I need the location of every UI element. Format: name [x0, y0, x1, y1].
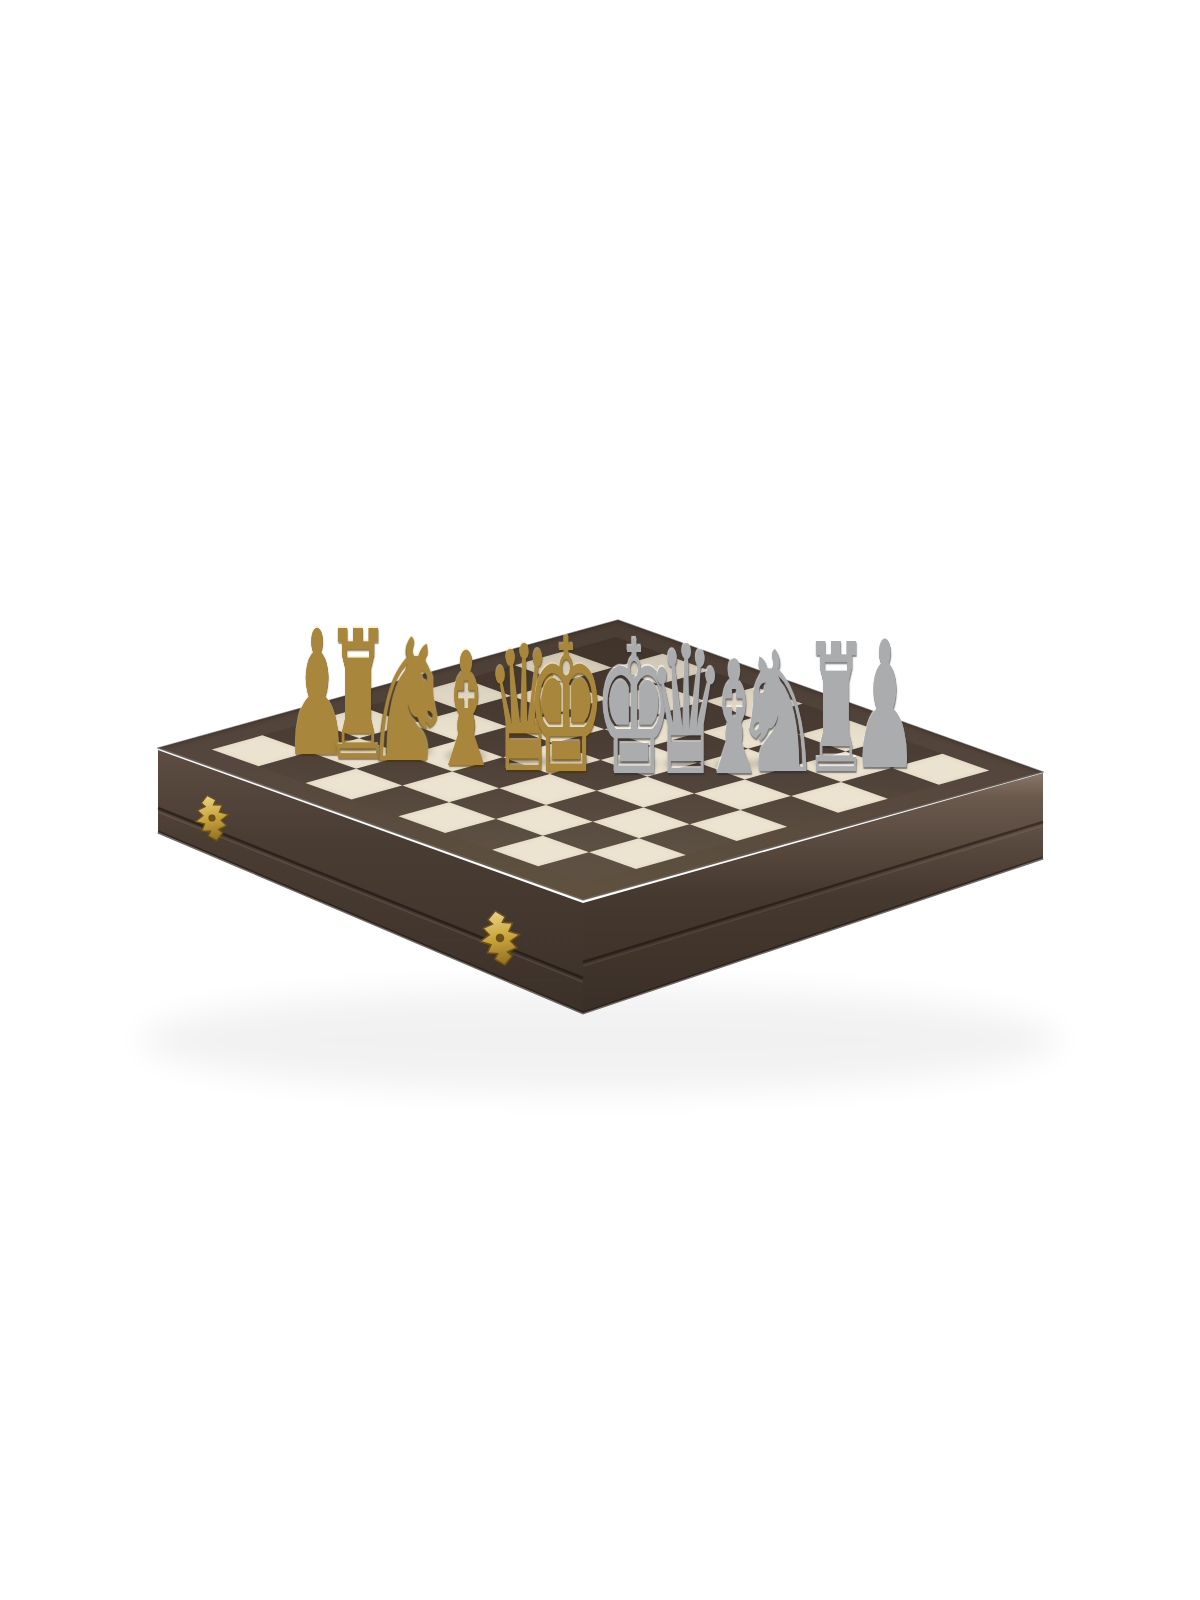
piece-black-pawn[interactable]: ♟	[852, 619, 918, 795]
product-photo-scene: ♟♜♞♝♛♚♚♛♝♞♜♟	[0, 0, 1200, 1600]
